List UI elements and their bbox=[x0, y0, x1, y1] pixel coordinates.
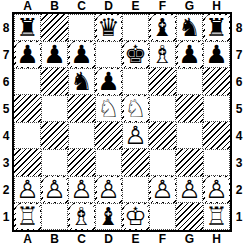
piece-white-king-e1[interactable]: ♔ bbox=[124, 204, 148, 229]
square-d7[interactable] bbox=[95, 41, 122, 68]
file-label-e: E bbox=[122, 0, 149, 12]
piece-black-pawn-d6[interactable]: ♟ bbox=[97, 69, 121, 94]
square-a6[interactable] bbox=[14, 68, 41, 95]
square-f8[interactable]: ♝ bbox=[149, 14, 176, 41]
square-h4[interactable] bbox=[203, 122, 230, 149]
square-a5[interactable] bbox=[14, 95, 41, 122]
piece-white-bishop-c1[interactable]: ♗ bbox=[70, 204, 94, 229]
file-label-f: F bbox=[149, 232, 176, 246]
file-label-e: E bbox=[122, 232, 149, 246]
square-b1[interactable] bbox=[41, 203, 68, 230]
file-label-c: C bbox=[68, 232, 95, 246]
rank-label-6: 6 bbox=[0, 68, 12, 95]
piece-white-pawn-d2[interactable]: ♙ bbox=[97, 177, 121, 202]
piece-white-knight-d5[interactable]: ♘ bbox=[97, 96, 121, 121]
square-b4[interactable] bbox=[41, 122, 68, 149]
square-f6[interactable] bbox=[149, 68, 176, 95]
piece-white-pawn-c2[interactable]: ♙ bbox=[70, 177, 94, 202]
square-a7[interactable]: ♟ bbox=[14, 41, 41, 68]
square-c7[interactable]: ♟ bbox=[68, 41, 95, 68]
rank-label-5: 5 bbox=[0, 95, 12, 122]
square-h5[interactable] bbox=[203, 95, 230, 122]
square-e4[interactable]: ♙ bbox=[122, 122, 149, 149]
file-label-b: B bbox=[41, 0, 68, 12]
piece-white-pawn-g2[interactable]: ♙ bbox=[178, 177, 202, 202]
square-e1[interactable]: ♔ bbox=[122, 203, 149, 230]
rank-label-1: 1 bbox=[232, 203, 246, 230]
square-a8[interactable]: ♜ bbox=[14, 14, 41, 41]
square-e3[interactable] bbox=[122, 149, 149, 176]
square-h3[interactable] bbox=[203, 149, 230, 176]
piece-white-pawn-a2[interactable]: ♙ bbox=[16, 177, 40, 202]
square-d5[interactable]: ♘ bbox=[95, 95, 122, 122]
square-g6[interactable] bbox=[176, 68, 203, 95]
square-g3[interactable] bbox=[176, 149, 203, 176]
rank-labels-right: 87654321 bbox=[232, 14, 246, 230]
square-b3[interactable] bbox=[41, 149, 68, 176]
file-label-d: D bbox=[95, 0, 122, 12]
square-a1[interactable]: ♖ bbox=[14, 203, 41, 230]
rank-label-8: 8 bbox=[0, 14, 12, 41]
rank-label-3: 3 bbox=[0, 149, 12, 176]
piece-black-rook-h8[interactable]: ♜ bbox=[205, 15, 229, 40]
file-label-g: G bbox=[176, 0, 203, 12]
file-label-a: A bbox=[14, 232, 41, 246]
rank-label-5: 5 bbox=[232, 95, 246, 122]
rank-label-8: 8 bbox=[232, 14, 246, 41]
square-e6[interactable] bbox=[122, 68, 149, 95]
square-b8[interactable] bbox=[41, 14, 68, 41]
piece-black-pawn-h7[interactable]: ♟ bbox=[205, 42, 229, 67]
piece-black-king-e7[interactable]: ♚ bbox=[124, 42, 148, 67]
square-a3[interactable] bbox=[14, 149, 41, 176]
square-e7[interactable]: ♚ bbox=[122, 41, 149, 68]
square-g8[interactable]: ♞ bbox=[176, 14, 203, 41]
square-a2[interactable]: ♙ bbox=[14, 176, 41, 203]
piece-white-pawn-h2[interactable]: ♙ bbox=[205, 177, 229, 202]
file-label-h: H bbox=[203, 0, 230, 12]
square-f3[interactable] bbox=[149, 149, 176, 176]
rank-label-6: 6 bbox=[232, 68, 246, 95]
square-h2[interactable]: ♙ bbox=[203, 176, 230, 203]
square-b7[interactable]: ♟ bbox=[41, 41, 68, 68]
piece-black-pawn-g7[interactable]: ♟ bbox=[178, 42, 202, 67]
square-g1[interactable] bbox=[176, 203, 203, 230]
chess-diagram: ABCDEFGH 87654321 ♜♛♝♞♜♟♟♟♚♗♟♟♞♟♘♘♙♙♙♙♙♙… bbox=[0, 0, 246, 246]
rank-labels-left: 87654321 bbox=[0, 14, 12, 230]
piece-white-rook-h1[interactable]: ♖ bbox=[205, 204, 229, 229]
square-g7[interactable]: ♟ bbox=[176, 41, 203, 68]
square-e2[interactable] bbox=[122, 176, 149, 203]
square-h8[interactable]: ♜ bbox=[203, 14, 230, 41]
file-label-a: A bbox=[14, 0, 41, 12]
piece-white-pawn-f2[interactable]: ♙ bbox=[151, 177, 175, 202]
piece-black-bishop-f8[interactable]: ♝ bbox=[151, 15, 175, 40]
piece-white-rook-a1[interactable]: ♖ bbox=[16, 204, 40, 229]
rank-label-2: 2 bbox=[0, 176, 12, 203]
square-c1[interactable]: ♗ bbox=[68, 203, 95, 230]
piece-black-pawn-c7[interactable]: ♟ bbox=[70, 42, 94, 67]
piece-black-knight-c6[interactable]: ♞ bbox=[70, 69, 94, 94]
file-labels-bottom: ABCDEFGH bbox=[14, 232, 230, 246]
square-h7[interactable]: ♟ bbox=[203, 41, 230, 68]
piece-white-pawn-e4[interactable]: ♙ bbox=[124, 123, 148, 148]
piece-white-pawn-b2[interactable]: ♙ bbox=[43, 177, 67, 202]
square-f5[interactable] bbox=[149, 95, 176, 122]
square-c5[interactable] bbox=[68, 95, 95, 122]
rank-label-7: 7 bbox=[0, 41, 12, 68]
square-d3[interactable] bbox=[95, 149, 122, 176]
square-g2[interactable]: ♙ bbox=[176, 176, 203, 203]
square-f2[interactable]: ♙ bbox=[149, 176, 176, 203]
file-labels-top: ABCDEFGH bbox=[14, 0, 230, 12]
file-label-d: D bbox=[95, 232, 122, 246]
square-f1[interactable] bbox=[149, 203, 176, 230]
rank-label-3: 3 bbox=[232, 149, 246, 176]
file-label-c: C bbox=[68, 0, 95, 12]
rank-label-2: 2 bbox=[232, 176, 246, 203]
chess-board: ♜♛♝♞♜♟♟♟♚♗♟♟♞♟♘♘♙♙♙♙♙♙♙♙♖♗♝♔♖ bbox=[12, 12, 232, 232]
piece-white-bishop-f7[interactable]: ♗ bbox=[151, 42, 175, 67]
square-d2[interactable]: ♙ bbox=[95, 176, 122, 203]
piece-black-rook-a8[interactable]: ♜ bbox=[16, 15, 40, 40]
square-c4[interactable] bbox=[68, 122, 95, 149]
square-g5[interactable] bbox=[176, 95, 203, 122]
file-label-b: B bbox=[41, 232, 68, 246]
square-e5[interactable]: ♘ bbox=[122, 95, 149, 122]
rank-label-4: 4 bbox=[0, 122, 12, 149]
square-f7[interactable]: ♗ bbox=[149, 41, 176, 68]
piece-black-queen-d8[interactable]: ♛ bbox=[97, 15, 121, 40]
square-b6[interactable] bbox=[41, 68, 68, 95]
square-c3[interactable] bbox=[68, 149, 95, 176]
piece-black-knight-g8[interactable]: ♞ bbox=[178, 15, 202, 40]
rank-label-4: 4 bbox=[232, 122, 246, 149]
square-c6[interactable]: ♞ bbox=[68, 68, 95, 95]
square-e8[interactable] bbox=[122, 14, 149, 41]
file-label-h: H bbox=[203, 232, 230, 246]
rank-label-1: 1 bbox=[0, 203, 12, 230]
square-c8[interactable] bbox=[68, 14, 95, 41]
square-d6[interactable]: ♟ bbox=[95, 68, 122, 95]
piece-white-knight-e5[interactable]: ♘ bbox=[124, 96, 148, 121]
rank-label-7: 7 bbox=[232, 41, 246, 68]
square-g4[interactable] bbox=[176, 122, 203, 149]
file-label-f: F bbox=[149, 0, 176, 12]
file-label-g: G bbox=[176, 232, 203, 246]
square-a4[interactable] bbox=[14, 122, 41, 149]
piece-black-pawn-a7[interactable]: ♟ bbox=[16, 42, 40, 67]
square-b2[interactable]: ♙ bbox=[41, 176, 68, 203]
piece-black-pawn-b7[interactable]: ♟ bbox=[43, 42, 67, 67]
square-h6[interactable] bbox=[203, 68, 230, 95]
square-d4[interactable] bbox=[95, 122, 122, 149]
square-d8[interactable]: ♛ bbox=[95, 14, 122, 41]
piece-black-bishop-d1[interactable]: ♝ bbox=[97, 204, 121, 229]
square-h1[interactable]: ♖ bbox=[203, 203, 230, 230]
square-d1[interactable]: ♝ bbox=[95, 203, 122, 230]
square-f4[interactable] bbox=[149, 122, 176, 149]
square-b5[interactable] bbox=[41, 95, 68, 122]
square-c2[interactable]: ♙ bbox=[68, 176, 95, 203]
